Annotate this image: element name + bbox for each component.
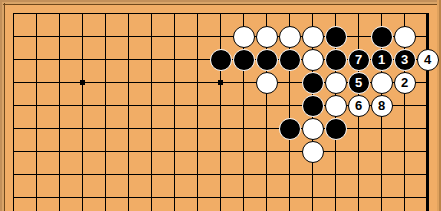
stone-white <box>302 141 324 163</box>
stone-black <box>302 95 324 117</box>
grid-line-vertical <box>59 13 61 211</box>
stone-black-move-5: 5 <box>348 72 370 94</box>
stone-black <box>325 26 347 48</box>
stone-white <box>233 26 255 48</box>
grid-line-vertical <box>128 13 130 211</box>
star-point <box>80 80 85 85</box>
stone-white-move-4: 4 <box>417 49 439 71</box>
stone-black <box>279 118 301 140</box>
stone-black-move-7: 7 <box>348 49 370 71</box>
go-board: 71345268 <box>0 0 441 211</box>
stone-white <box>302 26 324 48</box>
grid-line-vertical <box>220 13 222 211</box>
stone-white <box>325 72 347 94</box>
grid-line-horizontal <box>13 13 429 15</box>
grid-line-horizontal <box>13 151 429 153</box>
stone-black <box>371 26 393 48</box>
grid-line-vertical <box>13 13 15 211</box>
stone-black <box>302 72 324 94</box>
stone-black <box>325 49 347 71</box>
grid-line-horizontal <box>13 174 429 176</box>
star-point <box>218 80 223 85</box>
grid-line-vertical <box>82 13 84 211</box>
stone-white <box>302 118 324 140</box>
stone-white <box>302 49 324 71</box>
stone-white-move-2: 2 <box>394 72 416 94</box>
grid-line-vertical <box>105 13 107 211</box>
stone-black <box>325 118 347 140</box>
grid-line-horizontal <box>13 128 429 130</box>
stone-white-move-6: 6 <box>348 95 370 117</box>
board-edge-left-shadow <box>4 3 6 211</box>
stone-white <box>394 26 416 48</box>
grid-line-vertical <box>151 13 153 211</box>
stone-black <box>256 49 278 71</box>
stone-white <box>279 26 301 48</box>
stone-black-move-1: 1 <box>371 49 393 71</box>
stone-white-move-8: 8 <box>371 95 393 117</box>
grid-line-vertical <box>174 13 176 211</box>
stone-black <box>279 49 301 71</box>
stone-white <box>371 72 393 94</box>
stone-white <box>256 72 278 94</box>
stone-black <box>233 49 255 71</box>
stone-black-move-3: 3 <box>394 49 416 71</box>
grid-line-vertical <box>197 13 199 211</box>
stone-white <box>325 95 347 117</box>
grid-line-horizontal <box>13 197 429 199</box>
stone-white <box>256 26 278 48</box>
grid-line-vertical <box>36 13 38 211</box>
board-right-edge-line <box>426 13 429 211</box>
board-edge-top-shadow <box>3 4 441 6</box>
stone-black <box>210 49 232 71</box>
grid-line-horizontal <box>13 36 429 38</box>
